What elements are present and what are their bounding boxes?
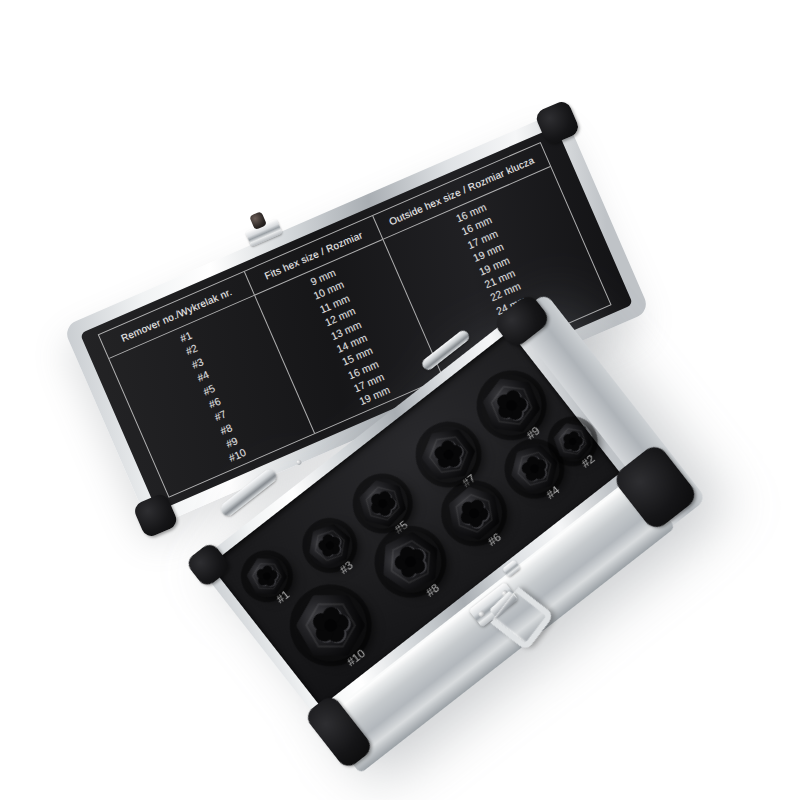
product-photo: Remover no./Wykrelak nr.#1#2#3#4#5#6#7#8… [0, 0, 800, 800]
screw-icon [296, 459, 303, 466]
extractor-socket [469, 363, 553, 447]
